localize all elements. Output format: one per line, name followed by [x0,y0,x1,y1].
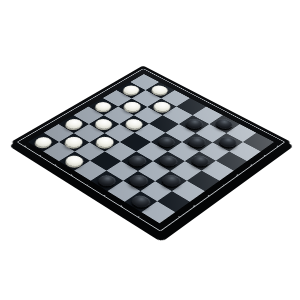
product-photo [0,0,300,300]
checkers-board [11,66,291,236]
board-grid [28,74,274,223]
